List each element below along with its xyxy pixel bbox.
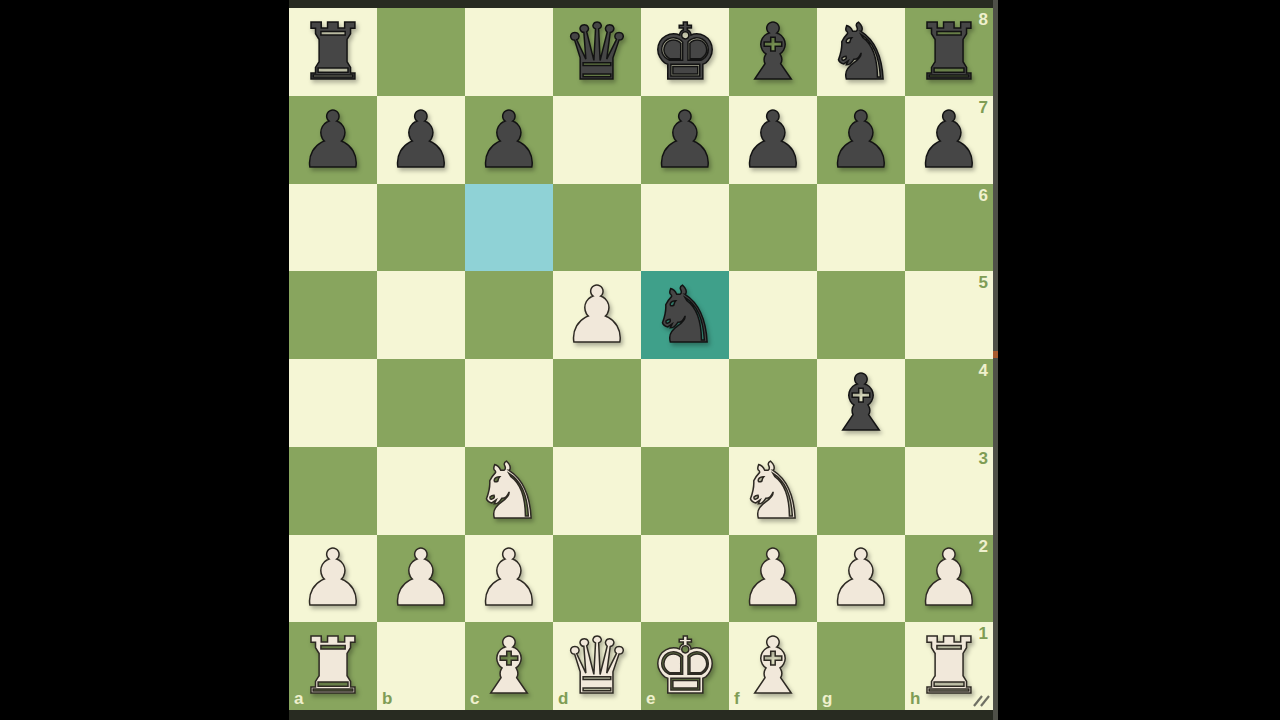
square-f2[interactable]: ♟ <box>729 535 817 623</box>
side-strip <box>993 0 998 720</box>
file-label-b: b <box>382 690 392 707</box>
square-g8[interactable]: ♞ <box>817 8 905 96</box>
square-b5[interactable] <box>377 271 465 359</box>
square-b4[interactable] <box>377 359 465 447</box>
board-squares: ♜♛♚♝♞8♜♟♟♟♟♟♟7♟6♟♞5♝4♞♞3♟♟♟♟♟2♟a♜bc♝d♛e♚… <box>289 8 993 710</box>
square-h5[interactable]: 5 <box>905 271 993 359</box>
square-d5[interactable]: ♟ <box>553 271 641 359</box>
square-e2[interactable] <box>641 535 729 623</box>
piece-white-pawn[interactable]: ♟ <box>289 535 377 623</box>
piece-white-king[interactable]: ♚ <box>641 622 729 710</box>
file-label-g: g <box>822 690 832 707</box>
square-d7[interactable] <box>553 96 641 184</box>
piece-black-bishop[interactable]: ♝ <box>729 8 817 96</box>
square-f6[interactable] <box>729 184 817 272</box>
piece-black-bishop[interactable]: ♝ <box>817 359 905 447</box>
square-d6[interactable] <box>553 184 641 272</box>
square-a3[interactable] <box>289 447 377 535</box>
square-d3[interactable] <box>553 447 641 535</box>
piece-black-knight[interactable]: ♞ <box>641 271 729 359</box>
square-c6[interactable] <box>465 184 553 272</box>
square-c8[interactable] <box>465 8 553 96</box>
piece-white-pawn[interactable]: ♟ <box>905 535 993 623</box>
piece-white-queen[interactable]: ♛ <box>553 622 641 710</box>
square-c5[interactable] <box>465 271 553 359</box>
square-f8[interactable]: ♝ <box>729 8 817 96</box>
piece-white-pawn[interactable]: ♟ <box>377 535 465 623</box>
piece-black-pawn[interactable]: ♟ <box>377 96 465 184</box>
square-h8[interactable]: 8♜ <box>905 8 993 96</box>
square-b7[interactable]: ♟ <box>377 96 465 184</box>
square-b1[interactable]: b <box>377 622 465 710</box>
square-f3[interactable]: ♞ <box>729 447 817 535</box>
video-letterbox-stage: ♜♛♚♝♞8♜♟♟♟♟♟♟7♟6♟♞5♝4♞♞3♟♟♟♟♟2♟a♜bc♝d♛e♚… <box>0 0 1280 720</box>
square-e7[interactable]: ♟ <box>641 96 729 184</box>
square-h2[interactable]: 2♟ <box>905 535 993 623</box>
square-g4[interactable]: ♝ <box>817 359 905 447</box>
rank-label-3: 3 <box>979 450 988 467</box>
square-d1[interactable]: d♛ <box>553 622 641 710</box>
square-e6[interactable] <box>641 184 729 272</box>
piece-white-bishop[interactable]: ♝ <box>729 622 817 710</box>
square-b2[interactable]: ♟ <box>377 535 465 623</box>
square-e8[interactable]: ♚ <box>641 8 729 96</box>
square-h4[interactable]: 4 <box>905 359 993 447</box>
resize-handle-icon[interactable] <box>972 691 990 707</box>
rank-label-5: 5 <box>979 274 988 291</box>
piece-white-knight[interactable]: ♞ <box>465 447 553 535</box>
piece-white-pawn[interactable]: ♟ <box>553 271 641 359</box>
square-h7[interactable]: 7♟ <box>905 96 993 184</box>
piece-white-pawn[interactable]: ♟ <box>729 535 817 623</box>
square-f5[interactable] <box>729 271 817 359</box>
square-c7[interactable]: ♟ <box>465 96 553 184</box>
square-h6[interactable]: 6 <box>905 184 993 272</box>
square-g2[interactable]: ♟ <box>817 535 905 623</box>
square-c4[interactable] <box>465 359 553 447</box>
piece-white-pawn[interactable]: ♟ <box>465 535 553 623</box>
board-border-bottom <box>289 710 993 720</box>
square-f7[interactable]: ♟ <box>729 96 817 184</box>
square-a4[interactable] <box>289 359 377 447</box>
square-c3[interactable]: ♞ <box>465 447 553 535</box>
square-a7[interactable]: ♟ <box>289 96 377 184</box>
piece-black-queen[interactable]: ♛ <box>553 8 641 96</box>
piece-black-pawn[interactable]: ♟ <box>641 96 729 184</box>
piece-white-knight[interactable]: ♞ <box>729 447 817 535</box>
piece-black-king[interactable]: ♚ <box>641 8 729 96</box>
piece-black-rook[interactable]: ♜ <box>905 8 993 96</box>
square-g7[interactable]: ♟ <box>817 96 905 184</box>
square-h3[interactable]: 3 <box>905 447 993 535</box>
piece-black-pawn[interactable]: ♟ <box>289 96 377 184</box>
square-a6[interactable] <box>289 184 377 272</box>
piece-white-rook[interactable]: ♜ <box>289 622 377 710</box>
square-e3[interactable] <box>641 447 729 535</box>
square-e5[interactable]: ♞ <box>641 271 729 359</box>
piece-black-knight[interactable]: ♞ <box>817 8 905 96</box>
chess-board: ♜♛♚♝♞8♜♟♟♟♟♟♟7♟6♟♞5♝4♞♞3♟♟♟♟♟2♟a♜bc♝d♛e♚… <box>289 0 998 720</box>
rank-label-6: 6 <box>979 187 988 204</box>
square-d8[interactable]: ♛ <box>553 8 641 96</box>
piece-black-pawn[interactable]: ♟ <box>729 96 817 184</box>
piece-black-rook[interactable]: ♜ <box>289 8 377 96</box>
piece-white-pawn[interactable]: ♟ <box>817 535 905 623</box>
square-d2[interactable] <box>553 535 641 623</box>
square-e1[interactable]: e♚ <box>641 622 729 710</box>
square-a5[interactable] <box>289 271 377 359</box>
square-g3[interactable] <box>817 447 905 535</box>
square-c1[interactable]: c♝ <box>465 622 553 710</box>
square-a2[interactable]: ♟ <box>289 535 377 623</box>
square-a1[interactable]: a♜ <box>289 622 377 710</box>
square-g5[interactable] <box>817 271 905 359</box>
square-a8[interactable]: ♜ <box>289 8 377 96</box>
piece-black-pawn[interactable]: ♟ <box>905 96 993 184</box>
square-f1[interactable]: f♝ <box>729 622 817 710</box>
square-b6[interactable] <box>377 184 465 272</box>
square-c2[interactable]: ♟ <box>465 535 553 623</box>
square-g1[interactable]: g <box>817 622 905 710</box>
piece-black-pawn[interactable]: ♟ <box>465 96 553 184</box>
square-b3[interactable] <box>377 447 465 535</box>
square-e4[interactable] <box>641 359 729 447</box>
square-f4[interactable] <box>729 359 817 447</box>
piece-black-pawn[interactable]: ♟ <box>817 96 905 184</box>
square-b8[interactable] <box>377 8 465 96</box>
square-d4[interactable] <box>553 359 641 447</box>
piece-white-bishop[interactable]: ♝ <box>465 622 553 710</box>
square-g6[interactable] <box>817 184 905 272</box>
rank-label-4: 4 <box>979 362 988 379</box>
orange-tick-icon <box>993 351 998 358</box>
